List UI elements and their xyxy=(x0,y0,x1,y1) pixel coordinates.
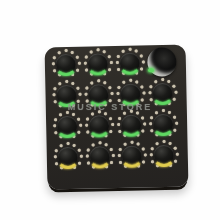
knob-r0c1[interactable] xyxy=(82,47,115,79)
value-indicator-green xyxy=(87,113,111,137)
value-indicator-green xyxy=(55,113,79,137)
knob-r0c3[interactable] xyxy=(146,46,179,78)
knob-r2c3[interactable] xyxy=(147,108,180,140)
value-indicator-yellow xyxy=(88,144,112,168)
value-indicator-green xyxy=(86,51,110,75)
knob-r2c0[interactable] xyxy=(51,110,84,142)
value-indicator-green xyxy=(150,80,174,104)
knob-r0c2[interactable] xyxy=(114,46,147,78)
value-indicator-green xyxy=(151,111,175,135)
photo-stage: MUSIC STORE xyxy=(0,0,220,220)
knob-r3c3[interactable] xyxy=(147,139,180,171)
knob-r2c2[interactable] xyxy=(115,108,148,140)
value-indicator-green xyxy=(118,50,142,74)
knob-r3c2[interactable] xyxy=(115,139,148,171)
value-indicator-yellow xyxy=(152,142,176,166)
value-indicator-yellow xyxy=(56,144,80,168)
value-indicator-green xyxy=(119,112,143,136)
knob-r3c1[interactable] xyxy=(83,140,116,172)
knob-r2c1[interactable] xyxy=(83,109,116,141)
value-indicator-green xyxy=(54,51,78,75)
knob-r0c0[interactable] xyxy=(50,48,83,80)
controller-body xyxy=(45,45,189,190)
value-indicator-yellow xyxy=(120,143,144,167)
knob-r3c0[interactable] xyxy=(51,141,84,173)
watermark: MUSIC STORE xyxy=(68,102,152,112)
